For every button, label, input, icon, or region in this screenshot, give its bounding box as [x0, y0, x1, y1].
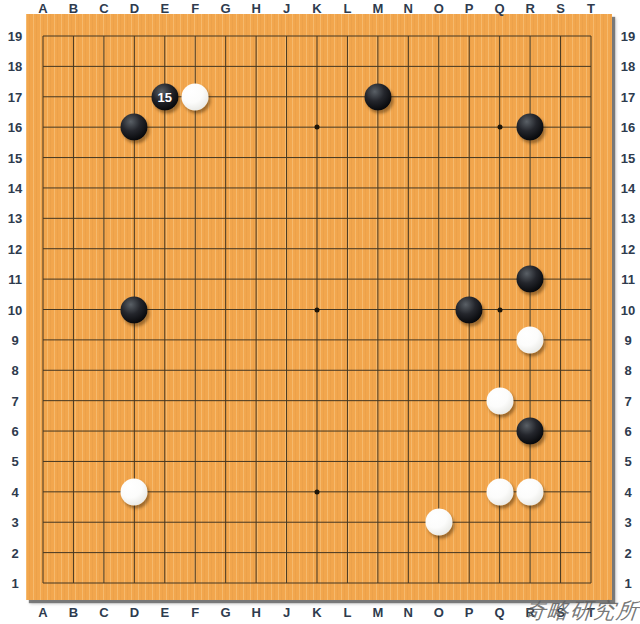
row-label-right-16: 16	[621, 120, 635, 135]
col-label-top-A: A	[38, 1, 47, 16]
star-point-K4	[314, 489, 319, 494]
col-label-bottom-K: K	[312, 605, 321, 620]
star-point-K10	[314, 307, 319, 312]
col-label-top-R: R	[525, 1, 534, 16]
row-label-right-9: 9	[624, 332, 631, 347]
white-stone-Q7	[486, 387, 513, 414]
col-label-top-H: H	[251, 1, 260, 16]
row-label-left-1: 1	[11, 576, 18, 591]
row-label-left-5: 5	[11, 454, 18, 469]
col-label-bottom-Q: Q	[495, 605, 505, 620]
row-label-right-1: 1	[624, 576, 631, 591]
black-stone-R16	[517, 114, 544, 141]
col-label-top-M: M	[372, 1, 383, 16]
col-label-top-L: L	[343, 1, 351, 16]
row-label-left-12: 12	[8, 241, 22, 256]
row-label-left-9: 9	[11, 332, 18, 347]
row-label-left-14: 14	[8, 180, 22, 195]
col-label-bottom-N: N	[404, 605, 413, 620]
black-stone-E17: 15	[151, 83, 178, 110]
star-point-Q16	[497, 125, 502, 130]
col-label-top-O: O	[434, 1, 444, 16]
col-label-bottom-P: P	[465, 605, 474, 620]
white-stone-O3	[425, 509, 452, 536]
white-stone-R4	[517, 478, 544, 505]
star-point-K16	[314, 125, 319, 130]
row-label-right-8: 8	[624, 363, 631, 378]
row-label-left-15: 15	[8, 150, 22, 165]
row-label-right-18: 18	[621, 59, 635, 74]
col-label-top-P: P	[465, 1, 474, 16]
row-label-left-4: 4	[11, 484, 18, 499]
col-label-top-D: D	[130, 1, 139, 16]
star-point-Q10	[497, 307, 502, 312]
row-label-right-15: 15	[621, 150, 635, 165]
row-label-right-13: 13	[621, 211, 635, 226]
col-label-top-S: S	[556, 1, 565, 16]
row-label-right-11: 11	[621, 272, 635, 287]
row-label-left-8: 8	[11, 363, 18, 378]
col-label-top-K: K	[312, 1, 321, 16]
grid-lines	[26, 14, 612, 600]
row-label-right-17: 17	[621, 89, 635, 104]
col-label-top-E: E	[160, 1, 169, 16]
row-label-right-5: 5	[624, 454, 631, 469]
col-label-top-C: C	[99, 1, 108, 16]
black-stone-M17	[364, 83, 391, 110]
row-label-left-13: 13	[8, 211, 22, 226]
row-label-left-7: 7	[11, 393, 18, 408]
col-label-bottom-G: G	[221, 605, 231, 620]
black-stone-P10	[456, 296, 483, 323]
col-label-top-J: J	[283, 1, 290, 16]
row-label-left-19: 19	[8, 29, 22, 44]
go-board[interactable]: 15	[26, 14, 612, 600]
col-label-bottom-A: A	[38, 605, 47, 620]
row-label-right-7: 7	[624, 393, 631, 408]
row-label-right-2: 2	[624, 545, 631, 560]
white-stone-F17	[182, 83, 209, 110]
col-label-top-N: N	[404, 1, 413, 16]
row-label-right-19: 19	[621, 29, 635, 44]
col-label-bottom-B: B	[69, 605, 78, 620]
col-label-bottom-F: F	[191, 605, 199, 620]
row-label-right-6: 6	[624, 424, 631, 439]
col-label-bottom-L: L	[343, 605, 351, 620]
col-label-bottom-O: O	[434, 605, 444, 620]
col-label-bottom-M: M	[372, 605, 383, 620]
row-label-left-6: 6	[11, 424, 18, 439]
row-label-left-2: 2	[11, 545, 18, 560]
col-label-top-F: F	[191, 1, 199, 16]
go-diagram-page: 15 AABBCCDDEEFFGGHHJJKKLLMMNNOOPPQQRRSST…	[0, 0, 640, 624]
white-stone-R9	[517, 326, 544, 353]
row-label-left-3: 3	[11, 515, 18, 530]
row-label-right-10: 10	[621, 302, 635, 317]
black-stone-R6	[517, 418, 544, 445]
white-stone-D4	[121, 478, 148, 505]
col-label-top-Q: Q	[495, 1, 505, 16]
black-stone-D10	[121, 296, 148, 323]
col-label-top-B: B	[69, 1, 78, 16]
col-label-bottom-C: C	[99, 605, 108, 620]
col-label-top-G: G	[221, 1, 231, 16]
row-label-left-10: 10	[8, 302, 22, 317]
black-stone-D16	[121, 114, 148, 141]
row-label-right-14: 14	[621, 180, 635, 195]
col-label-bottom-H: H	[251, 605, 260, 620]
col-label-bottom-J: J	[283, 605, 290, 620]
row-label-left-18: 18	[8, 59, 22, 74]
col-label-bottom-D: D	[130, 605, 139, 620]
row-label-right-3: 3	[624, 515, 631, 530]
col-label-top-T: T	[587, 1, 595, 16]
row-label-right-4: 4	[624, 484, 631, 499]
white-stone-Q4	[486, 478, 513, 505]
row-label-left-17: 17	[8, 89, 22, 104]
watermark: 奇略研究所	[522, 596, 640, 624]
col-label-bottom-E: E	[160, 605, 169, 620]
move-number-label: 15	[158, 90, 172, 103]
row-label-right-12: 12	[621, 241, 635, 256]
row-label-left-16: 16	[8, 120, 22, 135]
row-label-left-11: 11	[8, 272, 22, 287]
black-stone-R11	[517, 266, 544, 293]
